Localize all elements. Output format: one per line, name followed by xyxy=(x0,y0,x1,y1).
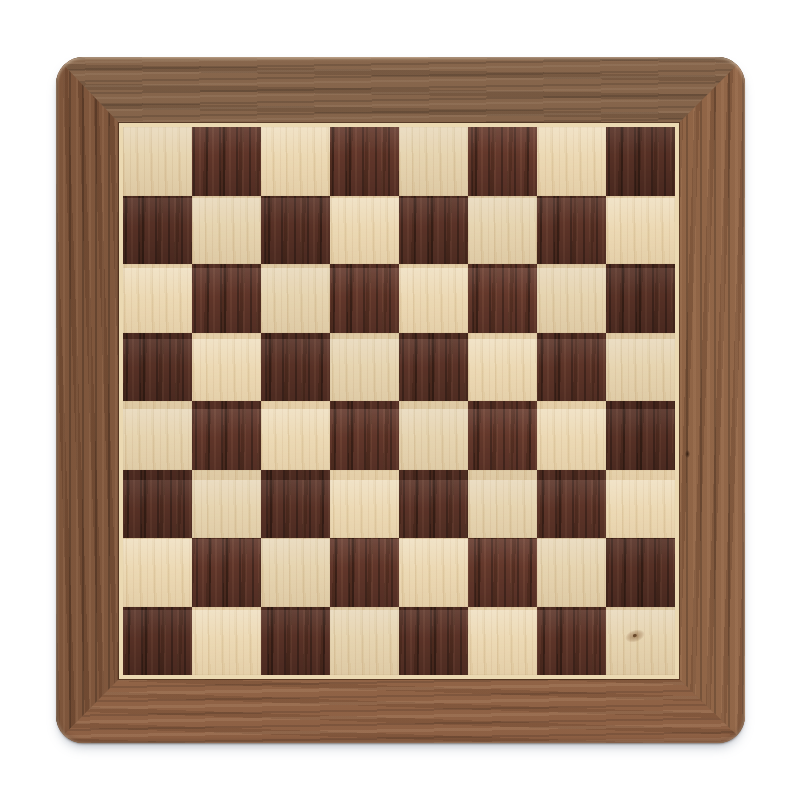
square-g8[interactable] xyxy=(537,127,606,196)
square-d2[interactable] xyxy=(330,538,399,607)
square-a6[interactable] xyxy=(123,264,192,333)
square-e7[interactable] xyxy=(399,196,468,265)
square-d4[interactable] xyxy=(330,401,399,470)
square-h7[interactable] xyxy=(606,196,675,265)
square-f1[interactable] xyxy=(468,607,537,676)
photo-background xyxy=(0,0,800,800)
square-c2[interactable] xyxy=(261,538,330,607)
square-g6[interactable] xyxy=(537,264,606,333)
square-b5[interactable] xyxy=(192,333,261,402)
square-d6[interactable] xyxy=(330,264,399,333)
square-c1[interactable] xyxy=(261,607,330,676)
square-f5[interactable] xyxy=(468,333,537,402)
square-d7[interactable] xyxy=(330,196,399,265)
square-a8[interactable] xyxy=(123,127,192,196)
square-a4[interactable] xyxy=(123,401,192,470)
square-h5[interactable] xyxy=(606,333,675,402)
square-e4[interactable] xyxy=(399,401,468,470)
square-g3[interactable] xyxy=(537,470,606,539)
maple-wood-knot xyxy=(624,627,647,645)
square-b1[interactable] xyxy=(192,607,261,676)
maple-fillet-border xyxy=(119,123,679,679)
square-b7[interactable] xyxy=(192,196,261,265)
square-a1[interactable] xyxy=(123,607,192,676)
square-f4[interactable] xyxy=(468,401,537,470)
square-b2[interactable] xyxy=(192,538,261,607)
square-c5[interactable] xyxy=(261,333,330,402)
square-h6[interactable] xyxy=(606,264,675,333)
square-b3[interactable] xyxy=(192,470,261,539)
square-f7[interactable] xyxy=(468,196,537,265)
square-e8[interactable] xyxy=(399,127,468,196)
square-e3[interactable] xyxy=(399,470,468,539)
chess-board xyxy=(56,57,745,743)
playing-field xyxy=(123,127,675,675)
square-c8[interactable] xyxy=(261,127,330,196)
square-d1[interactable] xyxy=(330,607,399,676)
square-c7[interactable] xyxy=(261,196,330,265)
square-c3[interactable] xyxy=(261,470,330,539)
square-g4[interactable] xyxy=(537,401,606,470)
square-g5[interactable] xyxy=(537,333,606,402)
frame-wood-knot xyxy=(685,450,690,458)
square-a5[interactable] xyxy=(123,333,192,402)
square-g2[interactable] xyxy=(537,538,606,607)
square-a2[interactable] xyxy=(123,538,192,607)
square-g1[interactable] xyxy=(537,607,606,676)
square-f6[interactable] xyxy=(468,264,537,333)
square-a3[interactable] xyxy=(123,470,192,539)
square-h3[interactable] xyxy=(606,470,675,539)
square-f3[interactable] xyxy=(468,470,537,539)
square-e2[interactable] xyxy=(399,538,468,607)
square-b4[interactable] xyxy=(192,401,261,470)
square-c4[interactable] xyxy=(261,401,330,470)
square-h8[interactable] xyxy=(606,127,675,196)
square-b8[interactable] xyxy=(192,127,261,196)
square-d5[interactable] xyxy=(330,333,399,402)
square-e5[interactable] xyxy=(399,333,468,402)
square-h4[interactable] xyxy=(606,401,675,470)
square-b6[interactable] xyxy=(192,264,261,333)
square-f8[interactable] xyxy=(468,127,537,196)
square-c6[interactable] xyxy=(261,264,330,333)
square-g7[interactable] xyxy=(537,196,606,265)
square-h1[interactable] xyxy=(606,607,675,676)
square-e6[interactable] xyxy=(399,264,468,333)
square-d8[interactable] xyxy=(330,127,399,196)
square-f2[interactable] xyxy=(468,538,537,607)
square-h2[interactable] xyxy=(606,538,675,607)
square-d3[interactable] xyxy=(330,470,399,539)
square-e1[interactable] xyxy=(399,607,468,676)
square-a7[interactable] xyxy=(123,196,192,265)
